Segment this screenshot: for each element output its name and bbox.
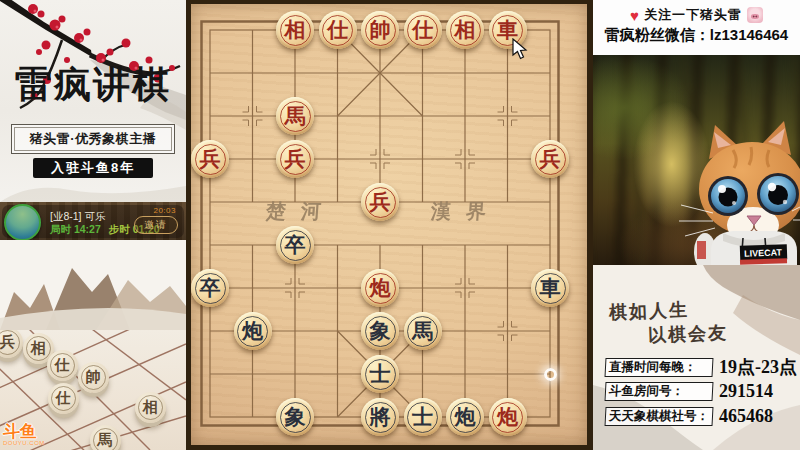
schedule-label: 直播时间每晚： <box>605 358 714 377</box>
douyu-watermark: 斗鱼 DOUYU.COM <box>3 423 45 446</box>
tray-piece-相: 相 <box>135 392 166 423</box>
river-label-right: 漢界 <box>430 198 502 225</box>
piece-red-兵[interactable]: 兵 <box>191 140 229 178</box>
opponent-name: [业8-1] 可乐 <box>50 210 105 224</box>
piece-black-卒[interactable]: 卒 <box>191 269 229 307</box>
move-hint-dot <box>544 368 557 381</box>
piece-black-象[interactable]: 象 <box>361 312 399 350</box>
follow-banner: ♥ 关注一下猪头雷 雷疯粉丝微信：lz13146464 <box>593 0 800 55</box>
tray-piece-仕: 仕 <box>48 383 79 414</box>
piece-red-兵[interactable]: 兵 <box>276 140 314 178</box>
motto-line-1: 棋如人生 <box>609 298 690 325</box>
piece-black-士[interactable]: 士 <box>404 398 442 436</box>
streamer-subtitle-box: 猪头雷·优秀象棋主播 <box>11 124 175 154</box>
piece-red-馬[interactable]: 馬 <box>276 97 314 135</box>
ribbon-text: 入驻斗鱼8年 <box>51 159 135 177</box>
game-time: 局时 14:27 <box>50 223 101 235</box>
piece-red-相[interactable]: 相 <box>446 11 484 49</box>
streamer-ribbon: 入驻斗鱼8年 <box>33 158 153 178</box>
stream-screen: 雷疯讲棋 猪头雷·优秀象棋主播 入驻斗鱼8年 20:03 [业8-1] 可乐 局… <box>0 0 800 450</box>
svg-text:LIVECAT: LIVECAT <box>744 247 783 258</box>
piece-red-炮[interactable]: 炮 <box>361 269 399 307</box>
invite-button[interactable]: 邀请 <box>134 216 178 234</box>
piece-red-兵[interactable]: 兵 <box>361 183 399 221</box>
info-row-club: 天天象棋棋社号： 465468 <box>605 406 773 427</box>
piece-black-士[interactable]: 士 <box>361 355 399 393</box>
clock-text: 20:03 <box>153 206 176 215</box>
schedule-value: 19点-23点 <box>719 355 797 379</box>
pig-emoji-icon <box>747 7 763 23</box>
right-panel: ♥ 关注一下猪头雷 雷疯粉丝微信：lz13146464 <box>593 0 800 450</box>
streamer-header: 雷疯讲棋 猪头雷·优秀象棋主播 入驻斗鱼8年 <box>0 0 186 202</box>
wooden-pieces-photo: 兵相仕帥仕相馬 斗鱼 DOUYU.COM <box>0 330 186 450</box>
tray-piece-帥: 帥 <box>78 362 109 393</box>
opponent-avatar[interactable] <box>4 204 41 241</box>
tray-piece-仕: 仕 <box>47 350 78 381</box>
piece-black-炮[interactable]: 炮 <box>234 312 272 350</box>
piece-red-兵[interactable]: 兵 <box>531 140 569 178</box>
piece-black-炮[interactable]: 炮 <box>446 398 484 436</box>
streamer-subtitle: 猪头雷·优秀象棋主播 <box>30 130 156 148</box>
follow-text: 关注一下猪头雷 <box>644 6 742 24</box>
ink-mountains-art <box>0 240 186 330</box>
piece-black-將[interactable]: 將 <box>361 398 399 436</box>
cat-webcam-scene: LIVECAT <box>593 55 800 265</box>
piece-red-車[interactable]: 車 <box>489 11 527 49</box>
piece-red-炮[interactable]: 炮 <box>489 398 527 436</box>
watermark-domain: DOUYU.COM <box>3 440 45 446</box>
piece-red-帥[interactable]: 帥 <box>361 11 399 49</box>
player-info-strip: 20:03 [业8-1] 可乐 局时 14:27步时 01:20 邀请 <box>0 202 186 240</box>
piece-black-卒[interactable]: 卒 <box>276 226 314 264</box>
wechat-line: 雷疯粉丝微信：lz13146464 <box>593 26 800 45</box>
room-label: 斗鱼房间号： <box>605 382 714 401</box>
club-label: 天天象棋棋社号： <box>605 407 714 426</box>
piece-red-相[interactable]: 相 <box>276 11 314 49</box>
cat-mascot: LIVECAT <box>593 55 800 265</box>
piece-black-象[interactable]: 象 <box>276 398 314 436</box>
info-row-room: 斗鱼房间号： 291514 <box>605 381 773 402</box>
piece-black-車[interactable]: 車 <box>531 269 569 307</box>
club-value: 465468 <box>719 406 773 427</box>
left-panel: 雷疯讲棋 猪头雷·优秀象棋主播 入驻斗鱼8年 20:03 [业8-1] 可乐 局… <box>0 0 186 450</box>
piece-red-仕[interactable]: 仕 <box>319 11 357 49</box>
watermark-logo: 斗鱼 <box>3 423 45 440</box>
river-label-left: 楚河 <box>265 198 337 225</box>
piece-black-馬[interactable]: 馬 <box>404 312 442 350</box>
streamer-title: 雷疯讲棋 <box>0 66 186 103</box>
motto-line-2: 以棋会友 <box>648 321 729 348</box>
stream-info-panel: 棋如人生 以棋会友 直播时间每晚： 19点-23点 斗鱼房间号： 291514 … <box>593 265 800 450</box>
room-value: 291514 <box>719 381 773 402</box>
tray-piece-馬: 馬 <box>90 425 121 450</box>
follow-line: ♥ 关注一下猪头雷 <box>593 6 800 24</box>
xiangqi-game-window: 楚河 漢界 相仕帥仕相車馬兵兵兵兵卒卒炮車炮象馬士象將士炮炮 <box>186 0 593 450</box>
piece-red-仕[interactable]: 仕 <box>404 11 442 49</box>
info-row-schedule: 直播时间每晚： 19点-23点 <box>605 355 797 379</box>
heart-icon: ♥ <box>630 8 639 23</box>
